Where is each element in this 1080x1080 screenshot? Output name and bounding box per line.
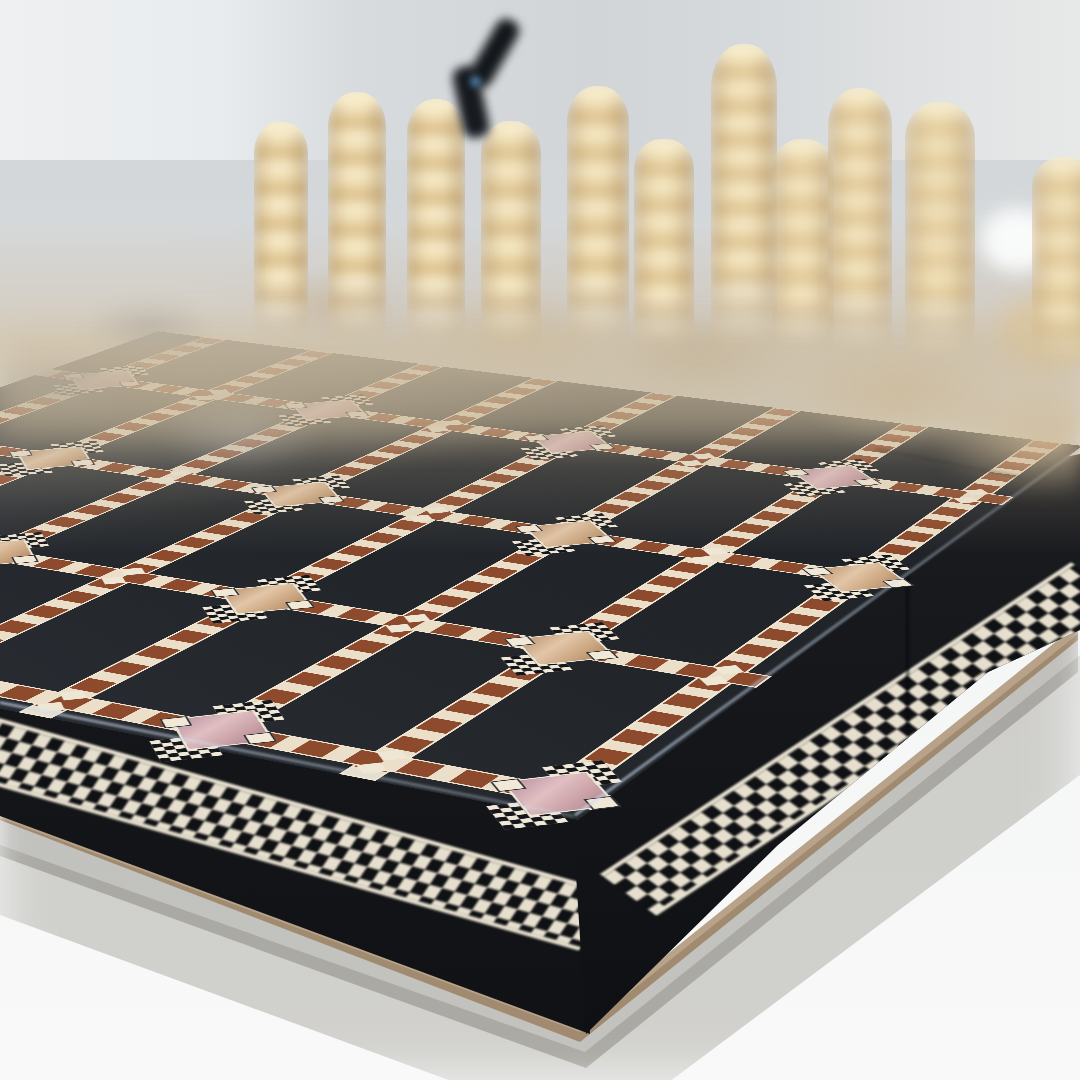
dark-piece-blue-glint <box>470 76 481 87</box>
dark-piece-silhouette <box>0 0 1080 1080</box>
board-game-photo <box>0 0 1080 1080</box>
